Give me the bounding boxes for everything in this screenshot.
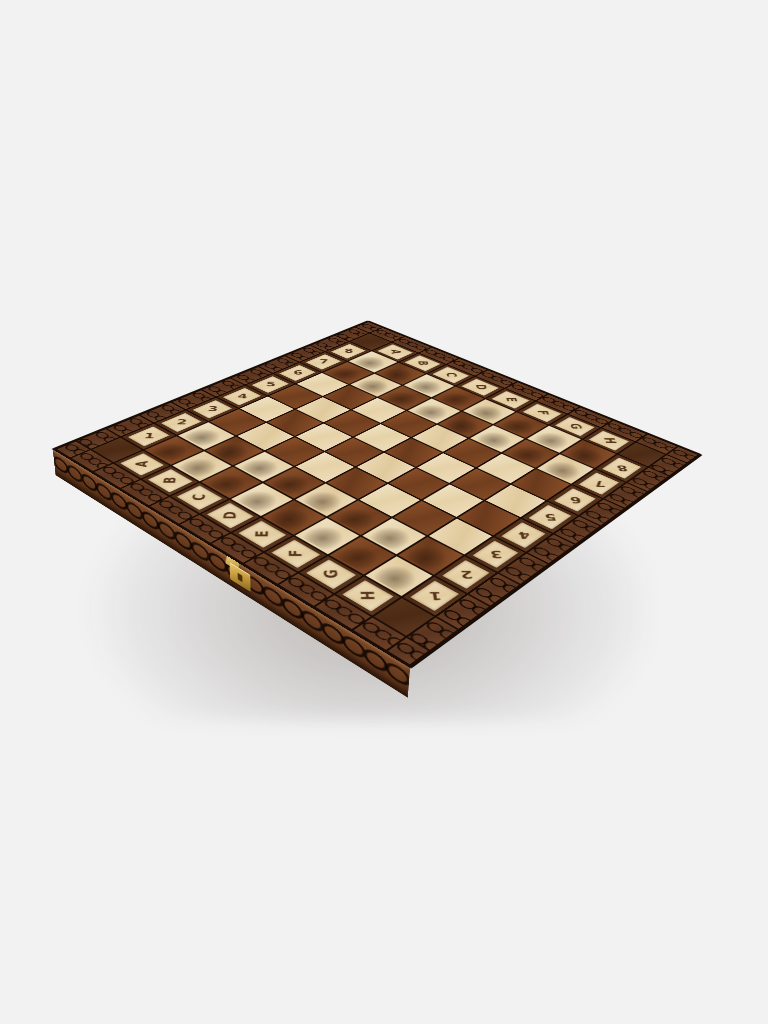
coordinate-text: F xyxy=(287,550,305,557)
coordinate-text: 5 xyxy=(543,512,557,521)
coordinate-text: 6 xyxy=(293,370,302,376)
coordinate-text: 3 xyxy=(488,549,502,559)
coordinate-text: H xyxy=(359,591,378,600)
coordinate-text: 5 xyxy=(265,381,275,387)
piece-black-pawn-h7[interactable]: ♟ xyxy=(535,474,576,476)
coordinate-text: 8 xyxy=(344,348,353,354)
coordinate-text: 8 xyxy=(615,464,629,472)
coordinate-text: G xyxy=(322,570,340,579)
coordinate-text: A xyxy=(134,461,151,467)
coordinate-text: D xyxy=(473,385,488,390)
coordinate-text: H xyxy=(601,438,618,444)
coordinate-text: E xyxy=(254,531,271,538)
coordinate-text: B xyxy=(416,361,430,365)
coordinate-text: 4 xyxy=(516,530,530,539)
photo-background: ABCDEFGH8♜♞♝♛♚♝♞♜87♟♟♟♟♟♟♟♟7665544332♟♟♟… xyxy=(0,0,768,1024)
coordinate-text: A xyxy=(388,350,401,354)
coordinate-text: 2 xyxy=(459,569,473,579)
coordinate-text: B xyxy=(162,477,179,483)
coordinate-text: 1 xyxy=(428,590,442,601)
coordinate-text: C xyxy=(444,373,458,377)
coordinate-text: 7 xyxy=(319,359,328,365)
coordinate-text: 6 xyxy=(568,495,582,504)
coordinate-text: 7 xyxy=(592,479,606,487)
